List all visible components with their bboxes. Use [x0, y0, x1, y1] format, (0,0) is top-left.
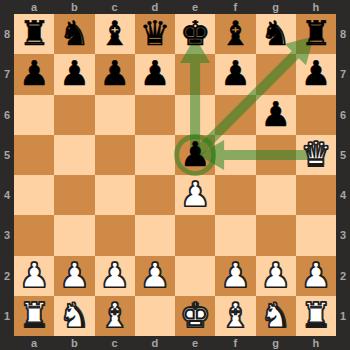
file-label: b	[54, 336, 94, 350]
square-f7[interactable]: ♟	[215, 54, 255, 94]
square-b8[interactable]: ♞	[54, 14, 94, 54]
piece-white-pawn[interactable]: ♟	[19, 258, 49, 292]
square-b2[interactable]: ♟	[54, 256, 94, 296]
rank-label: 2	[0, 256, 14, 296]
rank-label: 1	[336, 296, 350, 336]
piece-black-pawn[interactable]: ♟	[59, 56, 89, 90]
square-h3[interactable]	[296, 215, 336, 255]
square-b4[interactable]	[54, 175, 94, 215]
square-h1[interactable]: ♜	[296, 296, 336, 336]
square-h7[interactable]: ♟	[296, 54, 336, 94]
square-a7[interactable]: ♟	[14, 54, 54, 94]
piece-white-pawn[interactable]: ♟	[301, 258, 331, 292]
file-label: e	[175, 336, 215, 350]
square-c2[interactable]: ♟	[95, 256, 135, 296]
square-e5[interactable]: ♟	[175, 135, 215, 175]
file-label: e	[175, 0, 215, 14]
piece-white-knight[interactable]: ♞	[59, 298, 89, 332]
piece-white-queen[interactable]: ♛	[301, 137, 331, 171]
piece-white-pawn[interactable]: ♟	[99, 258, 129, 292]
square-f5[interactable]	[215, 135, 255, 175]
square-d2[interactable]: ♟	[135, 256, 175, 296]
square-d7[interactable]: ♟	[135, 54, 175, 94]
square-g4[interactable]	[256, 175, 296, 215]
file-label: f	[215, 0, 255, 14]
square-f8[interactable]: ♝	[215, 14, 255, 54]
square-a8[interactable]: ♜	[14, 14, 54, 54]
square-d5[interactable]	[135, 135, 175, 175]
file-label: h	[296, 0, 336, 14]
rank-label: 6	[336, 95, 350, 135]
rank-label: 8	[336, 14, 350, 54]
square-h6[interactable]	[296, 95, 336, 135]
square-h2[interactable]: ♟	[296, 256, 336, 296]
piece-white-pawn[interactable]: ♟	[260, 258, 290, 292]
square-e3[interactable]	[175, 215, 215, 255]
square-f6[interactable]	[215, 95, 255, 135]
file-label: d	[135, 0, 175, 14]
piece-white-knight[interactable]: ♞	[260, 298, 290, 332]
square-g7[interactable]	[256, 54, 296, 94]
square-d3[interactable]	[135, 215, 175, 255]
piece-black-rook[interactable]: ♜	[19, 16, 49, 50]
piece-black-king[interactable]: ♚	[180, 16, 210, 50]
piece-black-bishop[interactable]: ♝	[220, 16, 250, 50]
square-g8[interactable]: ♞	[256, 14, 296, 54]
square-d4[interactable]	[135, 175, 175, 215]
file-label: g	[256, 0, 296, 14]
piece-black-pawn[interactable]: ♟	[301, 56, 331, 90]
file-label: g	[256, 336, 296, 350]
square-e7[interactable]	[175, 54, 215, 94]
square-c4[interactable]	[95, 175, 135, 215]
rank-label: 4	[336, 175, 350, 215]
piece-black-pawn[interactable]: ♟	[99, 56, 129, 90]
piece-white-bishop[interactable]: ♝	[99, 298, 129, 332]
piece-black-queen[interactable]: ♛	[140, 16, 170, 50]
rank-label: 8	[0, 14, 14, 54]
piece-white-pawn[interactable]: ♟	[220, 258, 250, 292]
square-b6[interactable]	[54, 95, 94, 135]
rank-label: 2	[336, 256, 350, 296]
piece-black-pawn[interactable]: ♟	[19, 56, 49, 90]
file-labels-top: abcdefgh	[14, 0, 336, 14]
square-h4[interactable]	[296, 175, 336, 215]
piece-black-pawn[interactable]: ♟	[180, 137, 210, 171]
square-e1[interactable]: ♚	[175, 296, 215, 336]
square-g1[interactable]: ♞	[256, 296, 296, 336]
file-label: a	[14, 336, 54, 350]
piece-white-pawn[interactable]: ♟	[59, 258, 89, 292]
square-f1[interactable]: ♝	[215, 296, 255, 336]
rank-label: 4	[0, 175, 14, 215]
piece-white-rook[interactable]: ♜	[19, 298, 49, 332]
file-label: c	[95, 0, 135, 14]
square-b5[interactable]	[54, 135, 94, 175]
rank-label: 5	[0, 135, 14, 175]
square-a4[interactable]	[14, 175, 54, 215]
piece-white-rook[interactable]: ♜	[301, 298, 331, 332]
square-a6[interactable]	[14, 95, 54, 135]
rank-label: 6	[0, 95, 14, 135]
rank-label: 3	[336, 215, 350, 255]
square-e8[interactable]: ♚	[175, 14, 215, 54]
square-b7[interactable]: ♟	[54, 54, 94, 94]
square-e6[interactable]	[175, 95, 215, 135]
square-c7[interactable]: ♟	[95, 54, 135, 94]
rank-labels-left: 87654321	[0, 14, 14, 336]
square-f2[interactable]: ♟	[215, 256, 255, 296]
square-c6[interactable]	[95, 95, 135, 135]
square-g5[interactable]	[256, 135, 296, 175]
square-a5[interactable]	[14, 135, 54, 175]
square-g2[interactable]: ♟	[256, 256, 296, 296]
piece-black-pawn[interactable]: ♟	[140, 56, 170, 90]
rank-label: 7	[336, 54, 350, 94]
piece-white-bishop[interactable]: ♝	[220, 298, 250, 332]
piece-black-bishop[interactable]: ♝	[99, 16, 129, 50]
rank-label: 1	[0, 296, 14, 336]
file-label: h	[296, 336, 336, 350]
square-c1[interactable]: ♝	[95, 296, 135, 336]
chess-board: abcdefgh abcdefgh 87654321 87654321 ♜♞♝♛…	[0, 0, 350, 350]
file-label: b	[54, 0, 94, 14]
piece-white-pawn[interactable]: ♟	[180, 177, 210, 211]
piece-white-pawn[interactable]: ♟	[140, 258, 170, 292]
file-labels-bottom: abcdefgh	[14, 336, 336, 350]
piece-black-pawn[interactable]: ♟	[220, 56, 250, 90]
file-label: f	[215, 336, 255, 350]
piece-black-pawn[interactable]: ♟	[260, 97, 290, 131]
rank-label: 3	[0, 215, 14, 255]
square-d1[interactable]	[135, 296, 175, 336]
square-e4[interactable]: ♟	[175, 175, 215, 215]
square-c8[interactable]: ♝	[95, 14, 135, 54]
piece-black-knight[interactable]: ♞	[59, 16, 89, 50]
file-label: d	[135, 336, 175, 350]
square-b3[interactable]	[54, 215, 94, 255]
piece-black-rook[interactable]: ♜	[301, 16, 331, 50]
rank-labels-right: 87654321	[336, 14, 350, 336]
square-b1[interactable]: ♞	[54, 296, 94, 336]
piece-black-knight[interactable]: ♞	[260, 16, 290, 50]
piece-white-king[interactable]: ♚	[180, 298, 210, 332]
square-h8[interactable]: ♜	[296, 14, 336, 54]
square-d6[interactable]	[135, 95, 175, 135]
rank-label: 5	[336, 135, 350, 175]
square-e2[interactable]	[175, 256, 215, 296]
square-a3[interactable]	[14, 215, 54, 255]
square-a1[interactable]: ♜	[14, 296, 54, 336]
rank-label: 7	[0, 54, 14, 94]
square-f4[interactable]	[215, 175, 255, 215]
square-d8[interactable]: ♛	[135, 14, 175, 54]
square-h5[interactable]: ♛	[296, 135, 336, 175]
square-g6[interactable]: ♟	[256, 95, 296, 135]
square-f3[interactable]	[215, 215, 255, 255]
square-c5[interactable]	[95, 135, 135, 175]
file-label: a	[14, 0, 54, 14]
square-a2[interactable]: ♟	[14, 256, 54, 296]
square-g3[interactable]	[256, 215, 296, 255]
file-label: c	[95, 336, 135, 350]
board-squares: ♜♞♝♛♚♝♞♜♟♟♟♟♟♟♟♟♛♟♟♟♟♟♟♟♟♜♞♝♚♝♞♜	[14, 14, 336, 336]
square-c3[interactable]	[95, 215, 135, 255]
